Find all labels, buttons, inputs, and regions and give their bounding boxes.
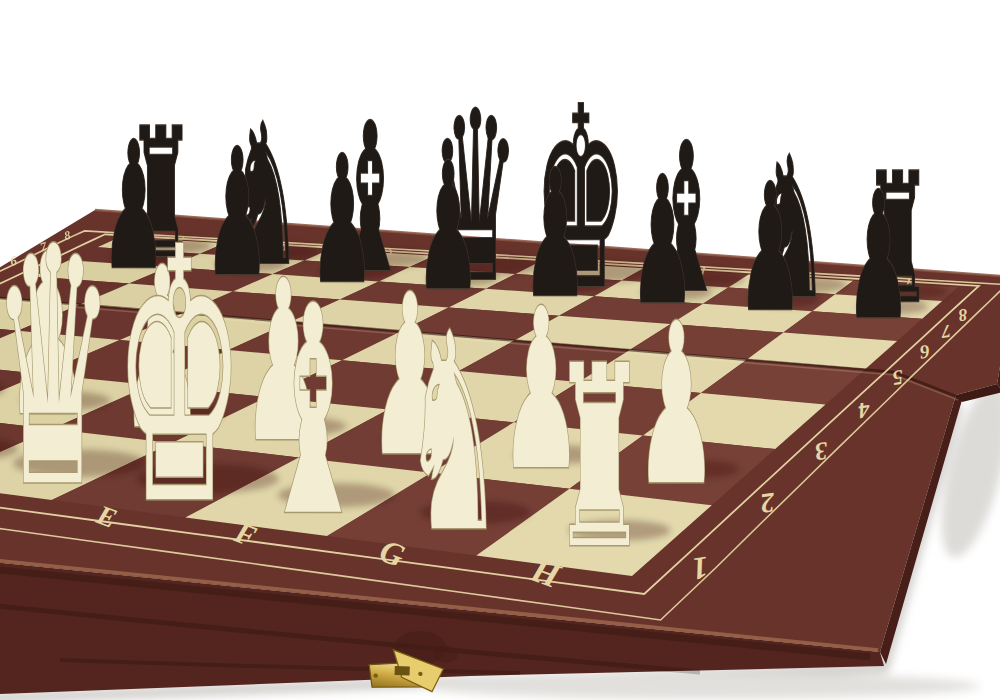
piece-white-pawn-h2[interactable]: ♟ [635,275,718,533]
piece-black-pawn-h7[interactable]: ♟ [846,153,912,358]
piece-white-knight-g1[interactable]: ♞ [402,275,504,592]
piece-white-bishop-f1[interactable]: ♝ [259,244,367,579]
piece-black-pawn-g7[interactable]: ♟ [737,146,803,351]
chess-photo-scene: ABCDEFGH12345678ABCDEFGH12345678♜♞♝♛♚♝♞♜… [0,0,1000,700]
chessboard-photo: ABCDEFGH12345678ABCDEFGH12345678♜♞♝♛♚♝♞♜… [0,0,1000,700]
piece-white-rook-h1[interactable]: ♜ [552,312,646,603]
piece-white-king-e1[interactable]: ♚ [114,174,246,581]
piece-white-queen-d1[interactable]: ♛ [0,178,115,559]
